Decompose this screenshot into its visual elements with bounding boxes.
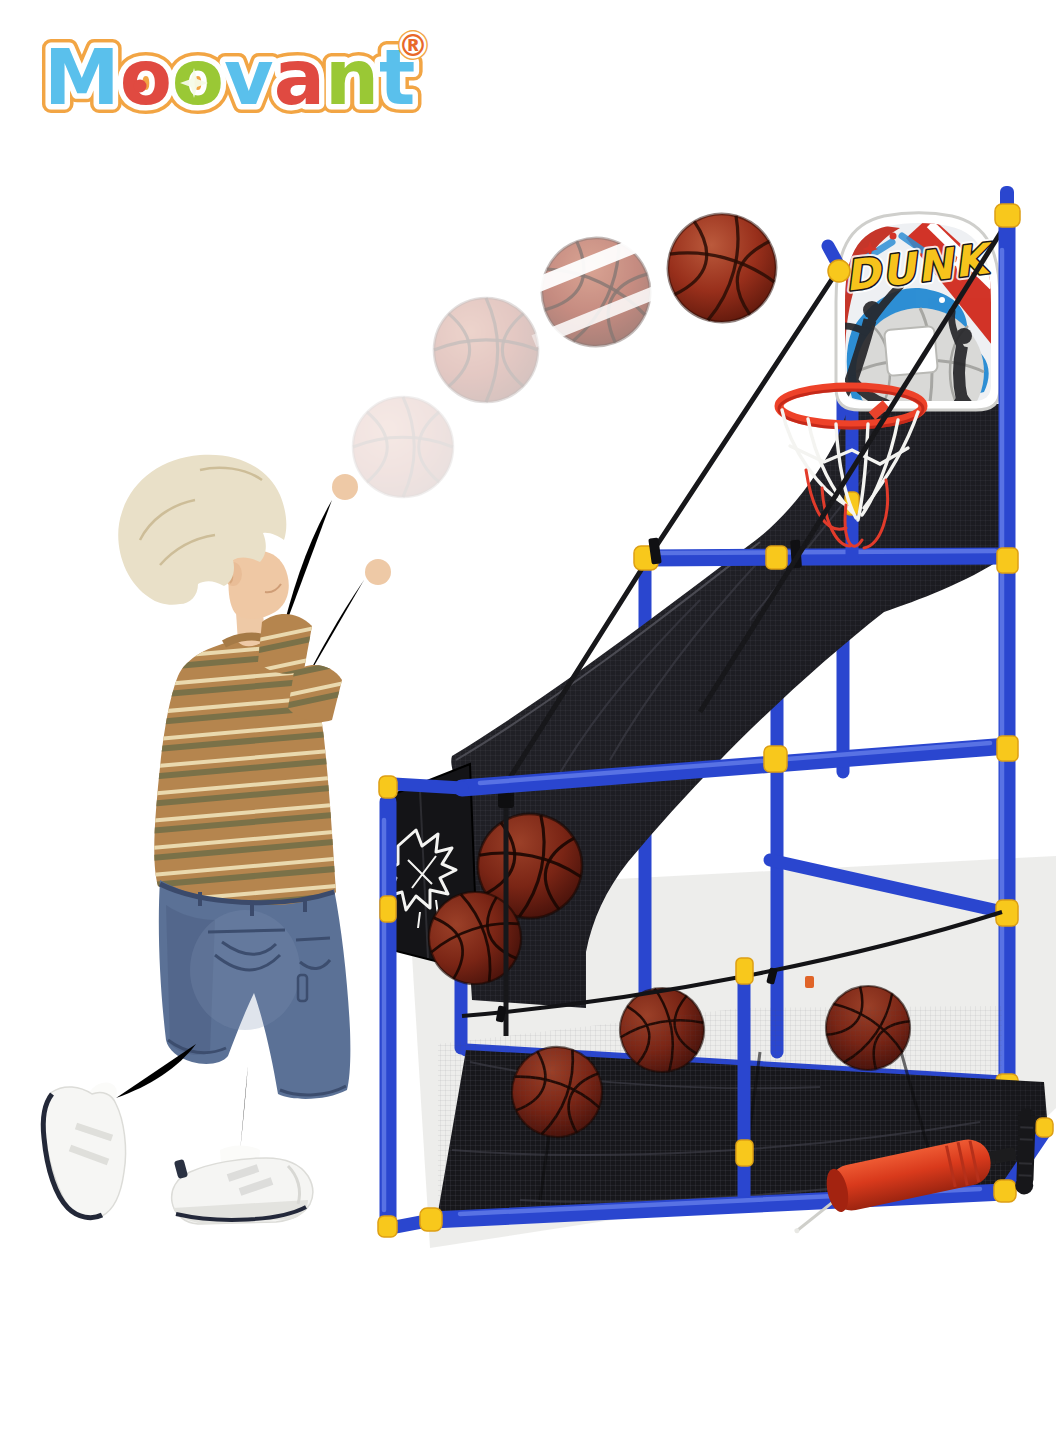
registered-mark: ®	[398, 28, 428, 63]
flight-ball-ghost-1	[353, 397, 453, 497]
brand-logo: Moovant Moovant Moovant ® ® ®	[44, 28, 428, 122]
yellow-elbow	[828, 260, 850, 282]
flight-ball-ghost-2	[434, 298, 538, 402]
logo-wordmark: Moovant	[44, 33, 415, 122]
logo-o-dot	[134, 80, 147, 93]
orange-cord-clip	[805, 976, 814, 988]
front-left-post	[379, 776, 397, 1228]
yellow-corner-cap	[995, 204, 1020, 227]
backboard: DUNK DUNK	[828, 210, 1000, 436]
product-photo: DUNK DUNK	[0, 0, 1056, 1447]
backboard-shooter-box	[884, 326, 938, 376]
scene-illustration: DUNK DUNK	[0, 0, 1056, 1447]
